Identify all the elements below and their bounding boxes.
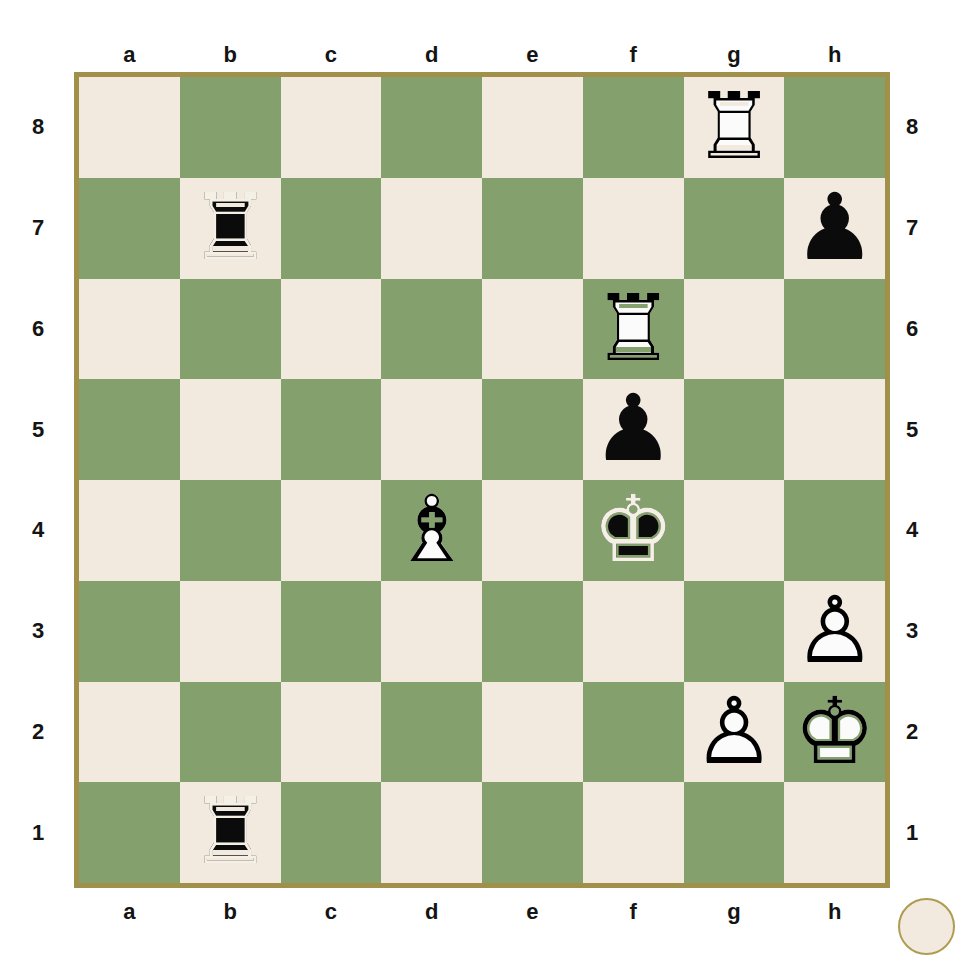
- pawn-outline-icon: ♙: [784, 581, 885, 682]
- pawn-icon: ♟: [583, 379, 684, 480]
- bishop-outline-icon: ♗: [381, 480, 482, 581]
- square-e5[interactable]: [482, 379, 583, 480]
- file-labels-bottom: abcdefgh: [79, 899, 885, 925]
- rank-label-5-left: 5: [18, 379, 58, 480]
- file-label-f-top: f: [583, 42, 684, 68]
- square-f7[interactable]: [583, 178, 684, 279]
- square-h6[interactable]: [784, 279, 885, 380]
- rook-outline-icon: ♖: [180, 178, 281, 279]
- square-g1[interactable]: [684, 782, 785, 883]
- square-a5[interactable]: [79, 379, 180, 480]
- square-c5[interactable]: [281, 379, 382, 480]
- square-b1[interactable]: ♜♖: [180, 782, 281, 883]
- black-pawn-h7[interactable]: ♟: [784, 178, 885, 279]
- square-d6[interactable]: [381, 279, 482, 380]
- square-h3[interactable]: ♟♙: [784, 581, 885, 682]
- chess-board: ♜♖♜♖♟♜♖♟♝♗♚♔♟♙♟♙♚♔♜♖: [74, 72, 890, 888]
- square-e8[interactable]: [482, 77, 583, 178]
- square-d5[interactable]: [381, 379, 482, 480]
- square-f3[interactable]: [583, 581, 684, 682]
- square-a8[interactable]: [79, 77, 180, 178]
- rank-label-6-right: 6: [892, 279, 932, 380]
- rank-label-8-left: 8: [18, 77, 58, 178]
- square-e7[interactable]: [482, 178, 583, 279]
- rook-outline-icon: ♖: [180, 782, 281, 883]
- rank-labels-right: 87654321: [892, 77, 932, 883]
- square-e1[interactable]: [482, 782, 583, 883]
- square-f6[interactable]: ♜♖: [583, 279, 684, 380]
- rook-outline-icon: ♖: [684, 77, 785, 178]
- file-label-g-top: g: [684, 42, 785, 68]
- square-e6[interactable]: [482, 279, 583, 380]
- rank-label-2-left: 2: [18, 682, 58, 783]
- file-label-h-bottom: h: [784, 899, 885, 925]
- square-g2[interactable]: ♟♙: [684, 682, 785, 783]
- square-a2[interactable]: [79, 682, 180, 783]
- white-rook-f6[interactable]: ♜♖: [583, 279, 684, 380]
- square-b6[interactable]: [180, 279, 281, 380]
- white-pawn-g2[interactable]: ♟♙: [684, 682, 785, 783]
- square-g8[interactable]: ♜♖: [684, 77, 785, 178]
- rank-label-6-left: 6: [18, 279, 58, 380]
- square-g6[interactable]: [684, 279, 785, 380]
- white-pawn-h3[interactable]: ♟♙: [784, 581, 885, 682]
- square-c6[interactable]: [281, 279, 382, 380]
- black-king-f4[interactable]: ♚♔: [583, 480, 684, 581]
- square-c3[interactable]: [281, 581, 382, 682]
- square-c8[interactable]: [281, 77, 382, 178]
- square-h1[interactable]: [784, 782, 885, 883]
- square-d8[interactable]: [381, 77, 482, 178]
- square-f5[interactable]: ♟: [583, 379, 684, 480]
- rank-label-4-right: 4: [892, 480, 932, 581]
- square-h7[interactable]: ♟: [784, 178, 885, 279]
- file-label-a-top: a: [79, 42, 180, 68]
- square-h8[interactable]: [784, 77, 885, 178]
- rank-label-1-left: 1: [18, 782, 58, 883]
- pawn-outline-icon: ♙: [684, 682, 785, 783]
- square-a4[interactable]: [79, 480, 180, 581]
- square-g3[interactable]: [684, 581, 785, 682]
- rook-outline-icon: ♖: [583, 279, 684, 380]
- square-h5[interactable]: [784, 379, 885, 480]
- square-c2[interactable]: [281, 682, 382, 783]
- square-d2[interactable]: [381, 682, 482, 783]
- square-b3[interactable]: [180, 581, 281, 682]
- square-a3[interactable]: [79, 581, 180, 682]
- white-to-move-indicator: [898, 898, 955, 955]
- rank-label-4-left: 4: [18, 480, 58, 581]
- square-a7[interactable]: [79, 178, 180, 279]
- file-label-e-top: e: [482, 42, 583, 68]
- square-g5[interactable]: [684, 379, 785, 480]
- white-bishop-d4[interactable]: ♝♗: [381, 480, 482, 581]
- rank-label-1-right: 1: [892, 782, 932, 883]
- square-f1[interactable]: [583, 782, 684, 883]
- black-rook-b7[interactable]: ♜♖: [180, 178, 281, 279]
- rank-label-7-left: 7: [18, 178, 58, 279]
- king-outline-icon: ♔: [784, 682, 885, 783]
- square-d7[interactable]: [381, 178, 482, 279]
- square-a6[interactable]: [79, 279, 180, 380]
- black-pawn-f5[interactable]: ♟: [583, 379, 684, 480]
- square-c7[interactable]: [281, 178, 382, 279]
- file-label-c-bottom: c: [281, 899, 382, 925]
- file-label-d-bottom: d: [381, 899, 482, 925]
- square-b4[interactable]: [180, 480, 281, 581]
- square-d4[interactable]: ♝♗: [381, 480, 482, 581]
- chess-diagram-page: abcdefgh 87654321 ♜♖♜♖♟♜♖♟♝♗♚♔♟♙♟♙♚♔♜♖ 8…: [0, 0, 962, 962]
- square-e2[interactable]: [482, 682, 583, 783]
- square-d1[interactable]: [381, 782, 482, 883]
- square-d3[interactable]: [381, 581, 482, 682]
- square-c1[interactable]: [281, 782, 382, 883]
- pawn-icon: ♟: [784, 178, 885, 279]
- white-king-h2[interactable]: ♚♔: [784, 682, 885, 783]
- square-b8[interactable]: [180, 77, 281, 178]
- square-f8[interactable]: [583, 77, 684, 178]
- file-label-c-top: c: [281, 42, 382, 68]
- file-label-g-bottom: g: [684, 899, 785, 925]
- square-f4[interactable]: ♚♔: [583, 480, 684, 581]
- file-label-a-bottom: a: [79, 899, 180, 925]
- file-label-h-top: h: [784, 42, 885, 68]
- rank-label-2-right: 2: [892, 682, 932, 783]
- square-b7[interactable]: ♜♖: [180, 178, 281, 279]
- king-outline-icon: ♔: [583, 480, 684, 581]
- square-e4[interactable]: [482, 480, 583, 581]
- square-h2[interactable]: ♚♔: [784, 682, 885, 783]
- file-label-f-bottom: f: [583, 899, 684, 925]
- square-f2[interactable]: [583, 682, 684, 783]
- file-label-b-bottom: b: [180, 899, 281, 925]
- rank-label-3-right: 3: [892, 581, 932, 682]
- rank-label-8-right: 8: [892, 77, 932, 178]
- file-label-b-top: b: [180, 42, 281, 68]
- rank-label-7-right: 7: [892, 178, 932, 279]
- square-h4[interactable]: [784, 480, 885, 581]
- rank-label-5-right: 5: [892, 379, 932, 480]
- black-rook-b1[interactable]: ♜♖: [180, 782, 281, 883]
- square-e3[interactable]: [482, 581, 583, 682]
- square-b2[interactable]: [180, 682, 281, 783]
- white-rook-g8[interactable]: ♜♖: [684, 77, 785, 178]
- square-g4[interactable]: [684, 480, 785, 581]
- square-a1[interactable]: [79, 782, 180, 883]
- file-label-d-top: d: [381, 42, 482, 68]
- file-label-e-bottom: e: [482, 899, 583, 925]
- rank-labels-left: 87654321: [18, 77, 58, 883]
- rank-label-3-left: 3: [18, 581, 58, 682]
- square-b5[interactable]: [180, 379, 281, 480]
- square-c4[interactable]: [281, 480, 382, 581]
- square-g7[interactable]: [684, 178, 785, 279]
- file-labels-top: abcdefgh: [79, 42, 885, 68]
